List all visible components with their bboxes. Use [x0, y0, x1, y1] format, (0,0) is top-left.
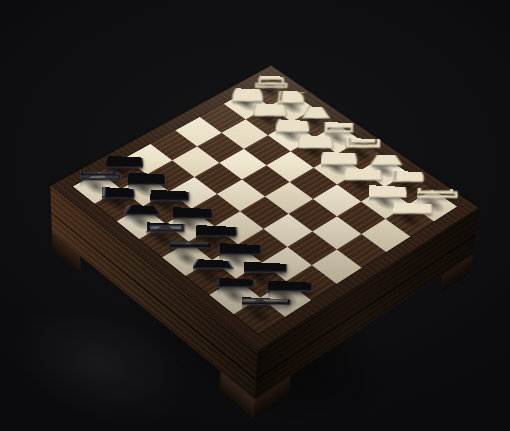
- square-f4: [288, 199, 336, 231]
- square-h5: [312, 249, 362, 283]
- square-h3: [361, 219, 410, 252]
- square-f5: [263, 214, 312, 247]
- white-king-finial: [361, 91, 365, 101]
- square-g4: [312, 216, 361, 249]
- square-g5: [287, 231, 336, 265]
- square-h4: [337, 234, 386, 268]
- chess-board-box: ♜♞♝♛♚♝♞♜♟♟♟♟♟♟♟♟♟♟♟♟♟♟♟♟♜♞♝♛♚♝♞♜: [50, 65, 479, 351]
- photo-background: { "game": "chess", "scene": "angled phot…: [0, 0, 510, 431]
- scene: ♜♞♝♛♚♝♞♜♟♟♟♟♟♟♟♟♟♟♟♟♟♟♟♟♜♞♝♛♚♝♞♜: [0, 0, 510, 431]
- square-e5: [240, 196, 288, 228]
- perspective-wrapper: ♜♞♝♛♚♝♞♜♟♟♟♟♟♟♟♟♟♟♟♟♟♟♟♟♜♞♝♛♚♝♞♜: [0, 0, 510, 431]
- square-g3: [337, 202, 385, 234]
